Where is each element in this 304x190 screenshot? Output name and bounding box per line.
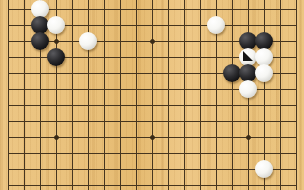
intersection[interactable] xyxy=(144,1,160,17)
intersection[interactable] xyxy=(144,65,160,81)
intersection[interactable] xyxy=(160,129,176,145)
intersection[interactable] xyxy=(32,145,48,161)
intersection[interactable] xyxy=(176,49,192,65)
intersection[interactable] xyxy=(64,65,80,81)
intersection[interactable] xyxy=(144,33,160,49)
intersection[interactable] xyxy=(48,113,64,129)
intersection[interactable] xyxy=(80,129,96,145)
intersection[interactable] xyxy=(16,33,32,49)
intersection[interactable] xyxy=(208,49,224,65)
intersection[interactable] xyxy=(0,145,16,161)
intersection[interactable] xyxy=(240,17,256,33)
intersection[interactable] xyxy=(128,145,144,161)
intersection[interactable] xyxy=(208,177,224,190)
intersection[interactable] xyxy=(64,129,80,145)
white-stone-r8 xyxy=(255,160,273,178)
intersection[interactable] xyxy=(64,1,80,17)
intersection[interactable] xyxy=(192,49,208,65)
intersection[interactable] xyxy=(288,129,304,145)
intersection[interactable] xyxy=(272,161,288,177)
intersection[interactable] xyxy=(224,161,240,177)
intersection[interactable] xyxy=(96,17,112,33)
intersection[interactable] xyxy=(272,97,288,113)
intersection[interactable] xyxy=(240,113,256,129)
intersection[interactable] xyxy=(128,81,144,97)
intersection[interactable] xyxy=(288,145,304,161)
intersection[interactable] xyxy=(0,97,16,113)
intersection[interactable] xyxy=(144,113,160,129)
intersection[interactable] xyxy=(160,81,176,97)
intersection[interactable] xyxy=(176,113,192,129)
intersection[interactable] xyxy=(32,65,48,81)
intersection[interactable] xyxy=(128,97,144,113)
intersection[interactable] xyxy=(256,97,272,113)
intersection[interactable] xyxy=(16,145,32,161)
intersection[interactable] xyxy=(288,17,304,33)
intersection[interactable] xyxy=(112,65,128,81)
white-stone-o17 xyxy=(207,16,225,34)
intersection[interactable] xyxy=(208,145,224,161)
last-move-marker-icon xyxy=(243,51,253,61)
intersection[interactable] xyxy=(128,177,144,190)
intersection[interactable] xyxy=(32,97,48,113)
intersection[interactable] xyxy=(48,1,64,17)
intersection[interactable] xyxy=(144,49,160,65)
intersection[interactable] xyxy=(128,1,144,17)
intersection[interactable] xyxy=(96,161,112,177)
intersection[interactable] xyxy=(224,1,240,17)
intersection[interactable] xyxy=(112,33,128,49)
intersection[interactable] xyxy=(16,1,32,17)
intersection[interactable] xyxy=(256,1,272,17)
intersection[interactable] xyxy=(288,1,304,17)
intersection[interactable] xyxy=(48,161,64,177)
intersection[interactable] xyxy=(112,81,128,97)
intersection[interactable] xyxy=(64,177,80,190)
intersection[interactable] xyxy=(112,145,128,161)
intersection[interactable] xyxy=(240,145,256,161)
intersection[interactable] xyxy=(288,65,304,81)
intersection[interactable] xyxy=(192,145,208,161)
intersection[interactable] xyxy=(80,97,96,113)
intersection[interactable] xyxy=(96,145,112,161)
intersection[interactable] xyxy=(144,81,160,97)
white-stone-q13 xyxy=(239,80,257,98)
intersection[interactable] xyxy=(128,113,144,129)
intersection[interactable] xyxy=(208,113,224,129)
intersection[interactable] xyxy=(160,161,176,177)
intersection[interactable] xyxy=(128,129,144,145)
intersection[interactable] xyxy=(16,17,32,33)
intersection[interactable] xyxy=(80,177,96,190)
intersection[interactable] xyxy=(240,177,256,190)
intersection[interactable] xyxy=(208,161,224,177)
intersection[interactable] xyxy=(0,49,16,65)
intersection[interactable] xyxy=(272,177,288,190)
intersection[interactable] xyxy=(192,81,208,97)
intersection[interactable] xyxy=(64,17,80,33)
intersection[interactable] xyxy=(240,1,256,17)
intersection[interactable] xyxy=(288,113,304,129)
intersection[interactable] xyxy=(176,161,192,177)
intersection[interactable] xyxy=(176,65,192,81)
intersection[interactable] xyxy=(208,1,224,17)
intersection[interactable] xyxy=(96,113,112,129)
intersection[interactable] xyxy=(176,177,192,190)
intersection[interactable] xyxy=(256,113,272,129)
intersection[interactable] xyxy=(112,177,128,190)
intersection[interactable] xyxy=(160,145,176,161)
intersection[interactable] xyxy=(16,97,32,113)
intersection[interactable] xyxy=(112,1,128,17)
intersection[interactable] xyxy=(224,177,240,190)
intersection[interactable] xyxy=(256,145,272,161)
intersection[interactable] xyxy=(64,145,80,161)
intersection[interactable] xyxy=(64,113,80,129)
intersection[interactable] xyxy=(0,129,16,145)
intersection[interactable] xyxy=(176,129,192,145)
intersection[interactable] xyxy=(144,145,160,161)
intersection[interactable] xyxy=(192,33,208,49)
intersection[interactable] xyxy=(176,81,192,97)
intersection[interactable] xyxy=(0,65,16,81)
intersection[interactable] xyxy=(224,49,240,65)
intersection[interactable] xyxy=(64,81,80,97)
intersection[interactable] xyxy=(48,129,64,145)
intersection[interactable] xyxy=(160,17,176,33)
intersection[interactable] xyxy=(64,49,80,65)
intersection[interactable] xyxy=(80,113,96,129)
intersection[interactable] xyxy=(272,81,288,97)
intersection[interactable] xyxy=(80,81,96,97)
intersection[interactable] xyxy=(80,1,96,17)
intersection[interactable] xyxy=(0,81,16,97)
intersection[interactable] xyxy=(16,49,32,65)
intersection[interactable] xyxy=(112,129,128,145)
intersection[interactable] xyxy=(192,97,208,113)
intersection[interactable] xyxy=(192,65,208,81)
intersection[interactable] xyxy=(160,33,176,49)
intersection[interactable] xyxy=(272,17,288,33)
intersection[interactable] xyxy=(0,17,16,33)
intersection[interactable] xyxy=(128,65,144,81)
intersection[interactable] xyxy=(48,65,64,81)
intersection[interactable] xyxy=(192,177,208,190)
intersection[interactable] xyxy=(48,81,64,97)
intersection[interactable] xyxy=(272,145,288,161)
go-board[interactable] xyxy=(0,0,304,190)
intersection[interactable] xyxy=(96,177,112,190)
intersection[interactable] xyxy=(0,113,16,129)
intersection[interactable] xyxy=(224,129,240,145)
intersection[interactable] xyxy=(224,113,240,129)
intersection[interactable] xyxy=(32,177,48,190)
intersection[interactable] xyxy=(80,145,96,161)
intersection[interactable] xyxy=(192,17,208,33)
intersection[interactable] xyxy=(128,49,144,65)
intersection[interactable] xyxy=(160,97,176,113)
intersection[interactable] xyxy=(80,65,96,81)
intersection[interactable] xyxy=(272,49,288,65)
intersection[interactable] xyxy=(256,177,272,190)
intersection[interactable] xyxy=(160,177,176,190)
black-stone-d15 xyxy=(47,48,65,66)
intersection[interactable] xyxy=(272,113,288,129)
intersection[interactable] xyxy=(80,17,96,33)
intersection[interactable] xyxy=(80,161,96,177)
intersection[interactable] xyxy=(128,161,144,177)
intersection[interactable] xyxy=(288,49,304,65)
intersection[interactable] xyxy=(96,65,112,81)
intersection[interactable] xyxy=(144,161,160,177)
intersection[interactable] xyxy=(240,129,256,145)
intersection[interactable] xyxy=(0,177,16,190)
intersection[interactable] xyxy=(272,129,288,145)
intersection[interactable] xyxy=(0,33,16,49)
intersection[interactable] xyxy=(272,1,288,17)
intersection[interactable] xyxy=(112,161,128,177)
intersection[interactable] xyxy=(48,145,64,161)
intersection[interactable] xyxy=(224,97,240,113)
intersection[interactable] xyxy=(288,97,304,113)
intersection[interactable] xyxy=(208,33,224,49)
intersection[interactable] xyxy=(32,129,48,145)
black-stone-c16 xyxy=(31,32,49,50)
intersection[interactable] xyxy=(96,129,112,145)
white-stone-f16 xyxy=(79,32,97,50)
intersection[interactable] xyxy=(64,33,80,49)
intersection[interactable] xyxy=(48,33,64,49)
intersection[interactable] xyxy=(112,97,128,113)
intersection[interactable] xyxy=(64,161,80,177)
intersection[interactable] xyxy=(160,65,176,81)
intersection[interactable] xyxy=(272,33,288,49)
intersection[interactable] xyxy=(256,129,272,145)
intersection[interactable] xyxy=(96,97,112,113)
intersection[interactable] xyxy=(16,177,32,190)
intersection[interactable] xyxy=(224,81,240,97)
intersection[interactable] xyxy=(176,145,192,161)
intersection[interactable] xyxy=(112,113,128,129)
intersection[interactable] xyxy=(0,161,16,177)
white-stone-r14 xyxy=(255,64,273,82)
intersection[interactable] xyxy=(16,161,32,177)
intersection[interactable] xyxy=(32,49,48,65)
intersection[interactable] xyxy=(256,81,272,97)
intersection[interactable] xyxy=(192,129,208,145)
intersection[interactable] xyxy=(192,161,208,177)
intersection[interactable] xyxy=(160,113,176,129)
intersection[interactable] xyxy=(288,81,304,97)
intersection[interactable] xyxy=(192,113,208,129)
intersection[interactable] xyxy=(144,129,160,145)
intersection[interactable] xyxy=(48,97,64,113)
intersection[interactable] xyxy=(176,17,192,33)
intersection[interactable] xyxy=(144,177,160,190)
intersection[interactable] xyxy=(144,97,160,113)
intersection[interactable] xyxy=(112,49,128,65)
intersection[interactable] xyxy=(256,17,272,33)
intersection[interactable] xyxy=(96,33,112,49)
intersection[interactable] xyxy=(128,33,144,49)
intersection[interactable] xyxy=(96,49,112,65)
intersection[interactable] xyxy=(16,65,32,81)
intersection[interactable] xyxy=(160,1,176,17)
intersection[interactable] xyxy=(240,161,256,177)
intersection[interactable] xyxy=(240,97,256,113)
intersection[interactable] xyxy=(80,49,96,65)
intersection[interactable] xyxy=(208,97,224,113)
intersection[interactable] xyxy=(224,145,240,161)
intersection[interactable] xyxy=(176,33,192,49)
intersection[interactable] xyxy=(96,1,112,17)
intersection[interactable] xyxy=(32,113,48,129)
intersection[interactable] xyxy=(16,129,32,145)
intersection[interactable] xyxy=(288,33,304,49)
intersection[interactable] xyxy=(176,1,192,17)
intersection[interactable] xyxy=(272,65,288,81)
intersection[interactable] xyxy=(288,161,304,177)
intersection[interactable] xyxy=(16,113,32,129)
intersection[interactable] xyxy=(208,65,224,81)
intersection[interactable] xyxy=(224,33,240,49)
intersection[interactable] xyxy=(96,81,112,97)
intersection[interactable] xyxy=(16,81,32,97)
intersection[interactable] xyxy=(192,1,208,17)
intersection[interactable] xyxy=(144,17,160,33)
white-stone-d17 xyxy=(47,16,65,34)
intersection[interactable] xyxy=(48,177,64,190)
intersection[interactable] xyxy=(160,49,176,65)
intersection[interactable] xyxy=(288,177,304,190)
intersection[interactable] xyxy=(176,97,192,113)
intersection[interactable] xyxy=(32,161,48,177)
intersection[interactable] xyxy=(208,81,224,97)
intersection[interactable] xyxy=(224,17,240,33)
intersection[interactable] xyxy=(208,129,224,145)
intersection[interactable] xyxy=(0,1,16,17)
intersection[interactable] xyxy=(64,97,80,113)
intersection[interactable] xyxy=(128,17,144,33)
intersection[interactable] xyxy=(112,17,128,33)
intersection[interactable] xyxy=(32,81,48,97)
